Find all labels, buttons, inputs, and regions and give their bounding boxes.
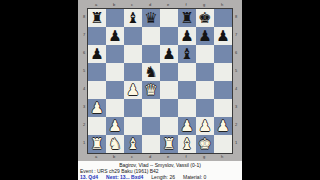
square-a8: ♜ xyxy=(88,9,106,27)
square-e3 xyxy=(160,99,178,117)
piece-black-bishop: ♝ xyxy=(180,45,193,63)
square-g6 xyxy=(196,45,214,63)
piece-white-pawn: ♟ xyxy=(108,117,121,135)
chess-board-block: abcdefgh 87654321 ♜♝♛♜♚♟♟♟♟♟♟♝♞♟♛♟♟♟♟♟♜♞… xyxy=(81,2,239,160)
square-h8 xyxy=(214,9,232,27)
game-length: Length: 26 xyxy=(151,174,175,180)
square-e4 xyxy=(160,81,178,99)
square-g3 xyxy=(196,99,214,117)
square-e1: ♜ xyxy=(160,135,178,153)
status-line: 13. Qd4 Next: 13... Bxd4 Length: 26 Mate… xyxy=(80,174,240,180)
square-d4: ♛ xyxy=(142,81,160,99)
file-label-f: f xyxy=(177,154,195,160)
piece-white-knight: ♞ xyxy=(108,135,121,153)
square-d6 xyxy=(142,45,160,63)
square-d3 xyxy=(142,99,160,117)
square-a5 xyxy=(88,63,106,81)
square-c2 xyxy=(124,117,142,135)
rank-label-8: 8 xyxy=(233,8,239,26)
square-f5 xyxy=(178,63,196,81)
material-balance: Material: 0 xyxy=(183,174,206,180)
square-b1: ♞ xyxy=(106,135,124,153)
square-d8: ♛ xyxy=(142,9,160,27)
piece-black-pawn: ♟ xyxy=(198,27,211,45)
square-g1: ♚ xyxy=(196,135,214,153)
square-g5 xyxy=(196,63,214,81)
square-d2 xyxy=(142,117,160,135)
file-label-g: g xyxy=(195,154,213,160)
square-a1: ♜ xyxy=(88,135,106,153)
square-f6: ♝ xyxy=(178,45,196,63)
rank-label-2: 2 xyxy=(233,116,239,134)
square-c3 xyxy=(124,99,142,117)
video-frame-panel: abcdefgh 87654321 ♜♝♛♜♚♟♟♟♟♟♟♝♞♟♛♟♟♟♟♟♜♞… xyxy=(78,0,242,180)
square-a7 xyxy=(88,27,106,45)
square-g7: ♟ xyxy=(196,27,214,45)
square-c5 xyxy=(124,63,142,81)
square-b2: ♟ xyxy=(106,117,124,135)
square-d7 xyxy=(142,27,160,45)
square-h6 xyxy=(214,45,232,63)
piece-white-pawn: ♟ xyxy=(90,99,103,117)
move-played: 13. Qd4 xyxy=(80,174,98,180)
square-b3 xyxy=(106,99,124,117)
square-a6: ♟ xyxy=(88,45,106,63)
file-label-e: e xyxy=(159,154,177,160)
square-c4: ♟ xyxy=(124,81,142,99)
square-h7: ♟ xyxy=(214,27,232,45)
square-a4 xyxy=(88,81,106,99)
square-c7 xyxy=(124,27,142,45)
square-c8: ♝ xyxy=(124,9,142,27)
piece-black-rook: ♜ xyxy=(180,9,193,27)
square-b6 xyxy=(106,45,124,63)
piece-black-pawn: ♟ xyxy=(90,45,103,63)
square-b5 xyxy=(106,63,124,81)
square-h1 xyxy=(214,135,232,153)
square-f1: ♝ xyxy=(178,135,196,153)
square-a3: ♟ xyxy=(88,99,106,117)
square-h3 xyxy=(214,99,232,117)
pillarbox-right xyxy=(242,0,320,180)
square-g4 xyxy=(196,81,214,99)
square-f8: ♜ xyxy=(178,9,196,27)
rank-label-4: 4 xyxy=(233,80,239,98)
rank-labels-right: 87654321 xyxy=(233,8,239,154)
rank-label-1: 1 xyxy=(233,134,239,152)
file-label-b: b xyxy=(105,154,123,160)
piece-black-rook: ♜ xyxy=(90,9,103,27)
piece-black-queen: ♛ xyxy=(144,9,157,27)
piece-black-bishop: ♝ xyxy=(126,9,139,27)
file-labels-bottom: abcdefgh xyxy=(81,154,239,160)
piece-black-knight: ♞ xyxy=(144,63,157,81)
rank-label-5: 5 xyxy=(233,62,239,80)
piece-black-pawn: ♟ xyxy=(108,27,121,45)
square-h2: ♟ xyxy=(214,117,232,135)
square-e5 xyxy=(160,63,178,81)
piece-white-pawn: ♟ xyxy=(198,117,211,135)
file-label-d: d xyxy=(141,154,159,160)
chess-board: ♜♝♛♜♚♟♟♟♟♟♟♝♞♟♛♟♟♟♟♟♜♞♝♜♝♚ xyxy=(87,8,233,154)
piece-white-bishop: ♝ xyxy=(180,135,193,153)
square-b8 xyxy=(106,9,124,27)
square-e8 xyxy=(160,9,178,27)
square-d5: ♞ xyxy=(142,63,160,81)
square-e7 xyxy=(160,27,178,45)
square-c6 xyxy=(124,45,142,63)
square-a2 xyxy=(88,117,106,135)
file-label-a: a xyxy=(87,154,105,160)
piece-white-queen: ♛ xyxy=(144,81,157,99)
square-h5 xyxy=(214,63,232,81)
piece-white-rook: ♜ xyxy=(90,135,103,153)
square-e2 xyxy=(160,117,178,135)
piece-white-bishop: ♝ xyxy=(126,135,139,153)
file-label-h: h xyxy=(213,154,231,160)
rank-label-6: 6 xyxy=(233,44,239,62)
square-h4 xyxy=(214,81,232,99)
game-caption: Bagirov, Vlad -- Smyslov, Vassil (0-1) E… xyxy=(78,161,242,180)
square-f4 xyxy=(178,81,196,99)
square-g8: ♚ xyxy=(196,9,214,27)
rank-label-7: 7 xyxy=(233,26,239,44)
rank-label-3: 3 xyxy=(233,98,239,116)
square-b7: ♟ xyxy=(106,27,124,45)
piece-black-king: ♚ xyxy=(198,9,211,27)
next-move: Next: 13... Bxd4 xyxy=(106,174,143,180)
piece-black-pawn: ♟ xyxy=(180,27,193,45)
piece-white-pawn: ♟ xyxy=(180,117,193,135)
pillarbox-left xyxy=(0,0,78,180)
square-f7: ♟ xyxy=(178,27,196,45)
square-f2: ♟ xyxy=(178,117,196,135)
square-g2: ♟ xyxy=(196,117,214,135)
square-e6: ♟ xyxy=(160,45,178,63)
piece-white-pawn: ♟ xyxy=(126,81,139,99)
piece-white-pawn: ♟ xyxy=(216,117,229,135)
piece-white-king: ♚ xyxy=(198,135,211,153)
piece-black-pawn: ♟ xyxy=(216,27,229,45)
square-f3 xyxy=(178,99,196,117)
file-label-c: c xyxy=(123,154,141,160)
piece-white-rook: ♜ xyxy=(162,135,175,153)
square-d1 xyxy=(142,135,160,153)
square-c1: ♝ xyxy=(124,135,142,153)
square-b4 xyxy=(106,81,124,99)
piece-black-pawn: ♟ xyxy=(162,45,175,63)
